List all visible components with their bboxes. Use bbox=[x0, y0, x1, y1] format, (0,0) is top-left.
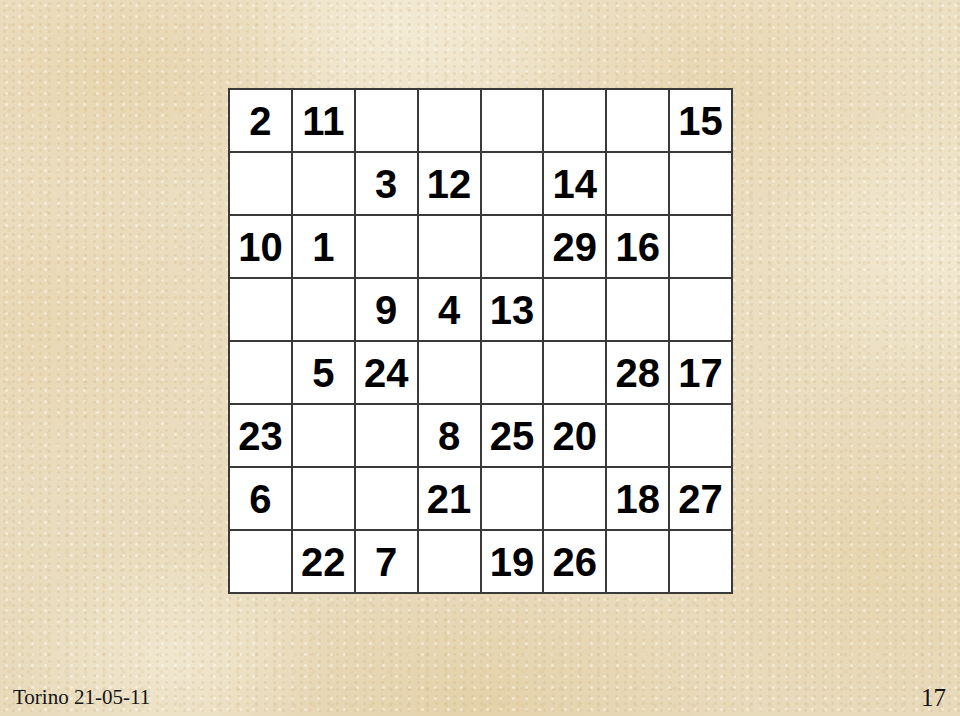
board-cell-r7c2 bbox=[293, 468, 354, 529]
board-cell-r6c7 bbox=[607, 405, 668, 466]
board-cell-r4c8 bbox=[670, 279, 731, 340]
board-cell-r2c2 bbox=[293, 153, 354, 214]
board-cell-r1c4 bbox=[419, 90, 480, 151]
board-cell-r7c6 bbox=[544, 468, 605, 529]
board-cell-r8c6: 26 bbox=[544, 531, 605, 592]
board-cell-r4c7 bbox=[607, 279, 668, 340]
board-cell-r2c6: 14 bbox=[544, 153, 605, 214]
board-cell-r7c3 bbox=[356, 468, 417, 529]
board-cell-r2c5 bbox=[482, 153, 543, 214]
board-cell-r4c5: 13 bbox=[482, 279, 543, 340]
board-cell-r1c1: 2 bbox=[230, 90, 291, 151]
board-cell-r3c5 bbox=[482, 216, 543, 277]
board-cell-r4c2 bbox=[293, 279, 354, 340]
board-cell-r6c5: 25 bbox=[482, 405, 543, 466]
board-cell-r8c7 bbox=[607, 531, 668, 592]
footer-date: Torino 21-05-11 bbox=[13, 685, 150, 710]
board-cell-r4c1 bbox=[230, 279, 291, 340]
board-cell-r6c8 bbox=[670, 405, 731, 466]
board-cell-r7c4: 21 bbox=[419, 468, 480, 529]
board-cell-r6c2 bbox=[293, 405, 354, 466]
board-cell-r1c5 bbox=[482, 90, 543, 151]
board-cell-r3c4 bbox=[419, 216, 480, 277]
board-cell-r6c6: 20 bbox=[544, 405, 605, 466]
board-cell-r2c4: 12 bbox=[419, 153, 480, 214]
board-cell-r2c3: 3 bbox=[356, 153, 417, 214]
board-cell-r4c4: 4 bbox=[419, 279, 480, 340]
board-cell-r7c5 bbox=[482, 468, 543, 529]
board-cell-r5c5 bbox=[482, 342, 543, 403]
board-cell-r8c5: 19 bbox=[482, 531, 543, 592]
slide: { "game": "knight's tour puzzle", "descr… bbox=[0, 0, 960, 716]
board-cell-r6c4: 8 bbox=[419, 405, 480, 466]
board-cell-r1c3 bbox=[356, 90, 417, 151]
board-cell-r3c8 bbox=[670, 216, 731, 277]
board-cell-r5c3: 24 bbox=[356, 342, 417, 403]
board-cell-r8c2: 22 bbox=[293, 531, 354, 592]
board-cell-r5c2: 5 bbox=[293, 342, 354, 403]
board-cell-r2c7 bbox=[607, 153, 668, 214]
board-cell-r7c1: 6 bbox=[230, 468, 291, 529]
board-cell-r3c6: 29 bbox=[544, 216, 605, 277]
board-cell-r5c6 bbox=[544, 342, 605, 403]
board-cell-r1c2: 11 bbox=[293, 90, 354, 151]
board-cell-r5c7: 28 bbox=[607, 342, 668, 403]
board-cell-r8c4 bbox=[419, 531, 480, 592]
board-cell-r5c4 bbox=[419, 342, 480, 403]
board-cell-r3c3 bbox=[356, 216, 417, 277]
board-cell-r1c6 bbox=[544, 90, 605, 151]
board-cell-r6c3 bbox=[356, 405, 417, 466]
board-cell-r7c8: 27 bbox=[670, 468, 731, 529]
board-cell-r1c8: 15 bbox=[670, 90, 731, 151]
board-cell-r2c1 bbox=[230, 153, 291, 214]
board: 2111531214101291694135242817238252062118… bbox=[228, 88, 733, 594]
board-cell-r8c8 bbox=[670, 531, 731, 592]
board-cell-r3c2: 1 bbox=[293, 216, 354, 277]
board-cell-r4c6 bbox=[544, 279, 605, 340]
board-cell-r3c7: 16 bbox=[607, 216, 668, 277]
page-number: 17 bbox=[921, 684, 946, 712]
board-cell-r1c7 bbox=[607, 90, 668, 151]
board-cell-r6c1: 23 bbox=[230, 405, 291, 466]
board-cell-r7c7: 18 bbox=[607, 468, 668, 529]
board-cell-r5c8: 17 bbox=[670, 342, 731, 403]
board-cell-r4c3: 9 bbox=[356, 279, 417, 340]
board-cell-r8c1 bbox=[230, 531, 291, 592]
board-cell-r3c1: 10 bbox=[230, 216, 291, 277]
board-cell-r8c3: 7 bbox=[356, 531, 417, 592]
board-cell-r2c8 bbox=[670, 153, 731, 214]
board-cell-r5c1 bbox=[230, 342, 291, 403]
